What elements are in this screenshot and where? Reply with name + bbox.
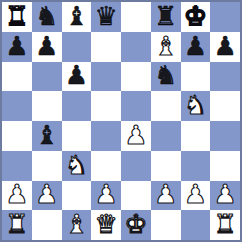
square-h4[interactable] [210,121,240,151]
piece-white-pawn[interactable]: ♟ [124,122,147,148]
square-a6[interactable] [2,62,32,92]
piece-white-bishop[interactable]: ♝ [154,33,177,59]
square-e4[interactable]: ♟ [121,121,151,151]
square-h3[interactable] [210,151,240,181]
square-e7[interactable] [121,32,151,62]
square-g5[interactable]: ♞ [181,91,211,121]
square-e6[interactable] [121,62,151,92]
square-d3[interactable] [91,151,121,181]
square-b1[interactable] [32,210,62,240]
square-f2[interactable]: ♟ [151,181,181,211]
piece-white-pawn[interactable]: ♟ [184,181,207,207]
square-a2[interactable]: ♟ [2,181,32,211]
square-h5[interactable] [210,91,240,121]
square-d4[interactable] [91,121,121,151]
square-d8[interactable]: ♛ [91,2,121,32]
square-f7[interactable]: ♝ [151,32,181,62]
piece-black-knight[interactable]: ♞ [35,3,58,29]
square-e3[interactable] [121,151,151,181]
piece-white-pawn[interactable]: ♟ [5,181,28,207]
square-h2[interactable]: ♟ [210,181,240,211]
square-g6[interactable] [181,62,211,92]
square-f5[interactable] [151,91,181,121]
piece-white-pawn[interactable]: ♟ [35,181,58,207]
square-a8[interactable]: ♜ [2,2,32,32]
piece-white-bishop[interactable]: ♝ [65,211,88,237]
piece-black-king[interactable]: ♚ [184,3,207,29]
square-c4[interactable] [62,121,92,151]
square-g8[interactable]: ♚ [181,2,211,32]
square-c5[interactable] [62,91,92,121]
square-b2[interactable]: ♟ [32,181,62,211]
square-c7[interactable] [62,32,92,62]
piece-white-pawn[interactable]: ♟ [213,181,236,207]
square-b7[interactable]: ♟ [32,32,62,62]
square-b5[interactable] [32,91,62,121]
square-c8[interactable]: ♝ [62,2,92,32]
square-d2[interactable]: ♟ [91,181,121,211]
square-d6[interactable] [91,62,121,92]
piece-white-king[interactable]: ♚ [124,211,147,237]
piece-black-bishop[interactable]: ♝ [35,122,58,148]
square-h8[interactable] [210,2,240,32]
square-c1[interactable]: ♝ [62,210,92,240]
square-g4[interactable] [181,121,211,151]
piece-black-pawn[interactable]: ♟ [65,62,88,88]
piece-white-knight[interactable]: ♞ [184,92,207,118]
square-g1[interactable] [181,210,211,240]
piece-black-bishop[interactable]: ♝ [65,3,88,29]
square-c6[interactable]: ♟ [62,62,92,92]
square-a7[interactable]: ♟ [2,32,32,62]
square-b4[interactable]: ♝ [32,121,62,151]
square-b3[interactable] [32,151,62,181]
square-f3[interactable] [151,151,181,181]
piece-black-pawn[interactable]: ♟ [213,33,236,59]
square-f4[interactable] [151,121,181,151]
piece-black-pawn[interactable]: ♟ [184,33,207,59]
piece-black-rook[interactable]: ♜ [5,3,28,29]
square-a4[interactable] [2,121,32,151]
piece-white-rook[interactable]: ♜ [213,211,236,237]
square-f8[interactable]: ♜ [151,2,181,32]
square-g3[interactable] [181,151,211,181]
square-e8[interactable] [121,2,151,32]
square-d5[interactable] [91,91,121,121]
piece-black-pawn[interactable]: ♟ [35,33,58,59]
square-b8[interactable]: ♞ [32,2,62,32]
square-d7[interactable] [91,32,121,62]
square-a5[interactable] [2,91,32,121]
square-f6[interactable]: ♞ [151,62,181,92]
piece-white-rook[interactable]: ♜ [5,211,28,237]
piece-white-knight[interactable]: ♞ [65,152,88,178]
piece-black-queen[interactable]: ♛ [94,3,117,29]
square-d1[interactable]: ♛ [91,210,121,240]
piece-white-pawn[interactable]: ♟ [94,181,117,207]
square-g7[interactable]: ♟ [181,32,211,62]
piece-white-pawn[interactable]: ♟ [154,181,177,207]
square-h6[interactable] [210,62,240,92]
square-f1[interactable] [151,210,181,240]
square-a1[interactable]: ♜ [2,210,32,240]
square-h1[interactable]: ♜ [210,210,240,240]
piece-black-knight[interactable]: ♞ [154,62,177,88]
square-e2[interactable] [121,181,151,211]
square-c3[interactable]: ♞ [62,151,92,181]
square-c2[interactable] [62,181,92,211]
piece-black-rook[interactable]: ♜ [154,3,177,29]
square-h7[interactable]: ♟ [210,32,240,62]
piece-black-pawn[interactable]: ♟ [5,33,28,59]
square-e5[interactable] [121,91,151,121]
piece-white-queen[interactable]: ♛ [94,211,117,237]
square-e1[interactable]: ♚ [121,210,151,240]
square-b6[interactable] [32,62,62,92]
square-a3[interactable] [2,151,32,181]
chess-board: ♜♞♝♛♜♚♟♟♝♟♟♟♞♞♝♟♞♟♟♟♟♟♟♜♝♛♚♜ [0,0,242,242]
square-g2[interactable]: ♟ [181,181,211,211]
